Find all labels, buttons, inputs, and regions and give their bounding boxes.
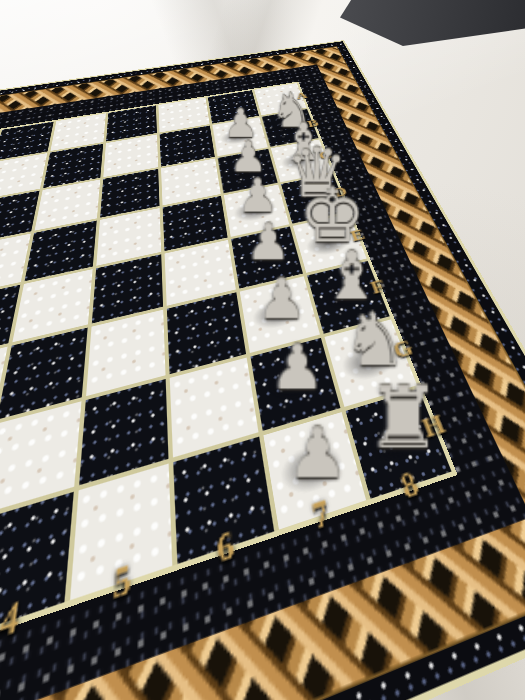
silver-pawn-g7[interactable]: ♟ [269,338,324,399]
board: ♟♞♟♝♟♛♟♚♟♝♟♞♟♜ ABCDEFGH 12345678 [0,40,525,700]
silver-rook-h8[interactable]: ♜ [366,377,441,461]
silver-pawn-e7[interactable]: ♟ [246,218,291,268]
silver-knight-g8[interactable]: ♞ [342,303,407,376]
scene-3d: ♟♞♟♝♟♛♟♚♟♝♟♞♟♜ ABCDEFGH 12345678 [0,0,525,700]
silver-pawn-f7[interactable]: ♟ [256,272,305,327]
square-e6[interactable] [165,240,235,306]
photo-stage: ♟♞♟♝♟♛♟♚♟♝♟♞♟♜ ABCDEFGH 12345678 [0,0,525,700]
silver-pawn-h7[interactable]: ♟ [286,420,348,489]
